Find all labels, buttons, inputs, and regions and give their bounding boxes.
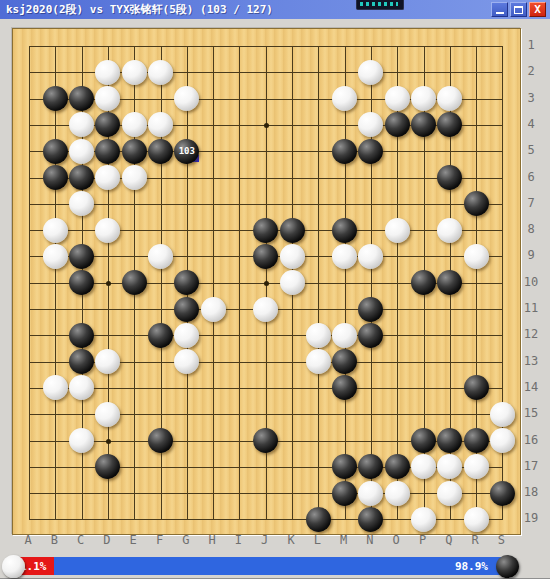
stone-O3 — [385, 86, 410, 111]
black-winrate-text: 98.9% — [455, 560, 488, 573]
stone-P17 — [411, 454, 436, 479]
stone-R9 — [464, 244, 489, 269]
stone-M9 — [332, 244, 357, 269]
stone-R17 — [464, 454, 489, 479]
row-label-11: 11 — [521, 301, 541, 315]
stone-K10 — [280, 270, 305, 295]
stone-N18 — [358, 481, 383, 506]
stone-O4 — [385, 112, 410, 137]
grid-line-horizontal — [29, 388, 503, 389]
grid-line-horizontal — [29, 493, 503, 494]
stone-C6 — [69, 165, 94, 190]
star-point — [264, 281, 269, 286]
stone-N5 — [358, 139, 383, 164]
stone-C9 — [69, 244, 94, 269]
row-label-12: 12 — [521, 327, 541, 341]
stone-N17 — [358, 454, 383, 479]
stone-D8 — [95, 218, 120, 243]
stone-F12 — [148, 323, 173, 348]
stone-B6 — [43, 165, 68, 190]
column-label-I: I — [228, 533, 248, 547]
stone-H11 — [201, 297, 226, 322]
row-label-1: 1 — [521, 38, 541, 52]
column-label-N: N — [360, 533, 380, 547]
stone-N9 — [358, 244, 383, 269]
stone-M14 — [332, 375, 357, 400]
row-label-7: 7 — [521, 196, 541, 210]
stone-C10 — [69, 270, 94, 295]
stone-S16 — [490, 428, 515, 453]
go-client-window: ksj2020(2段) vs TYX张铭轩(5段) (103 / 127) X … — [0, 0, 550, 579]
stone-K9 — [280, 244, 305, 269]
stone-Q3 — [437, 86, 462, 111]
stone-Q4 — [437, 112, 462, 137]
stone-M8 — [332, 218, 357, 243]
grid-line-vertical — [318, 46, 319, 520]
column-label-S: S — [491, 533, 511, 547]
stone-B14 — [43, 375, 68, 400]
stone-D3 — [95, 86, 120, 111]
column-label-M: M — [334, 533, 354, 547]
black-winrate-segment: 98.9% — [54, 557, 504, 575]
row-label-2: 2 — [521, 64, 541, 78]
stone-O18 — [385, 481, 410, 506]
stone-D13 — [95, 349, 120, 374]
black-player-stone-icon — [496, 555, 519, 578]
stone-M17 — [332, 454, 357, 479]
stone-M5 — [332, 139, 357, 164]
star-point — [264, 123, 269, 128]
column-label-O: O — [386, 533, 406, 547]
column-label-P: P — [413, 533, 433, 547]
stone-D6 — [95, 165, 120, 190]
stone-Q18 — [437, 481, 462, 506]
stone-E10 — [122, 270, 147, 295]
column-label-E: E — [123, 533, 143, 547]
goban[interactable]: 103 — [12, 28, 521, 535]
column-label-F: F — [150, 533, 170, 547]
row-label-8: 8 — [521, 222, 541, 236]
stone-F9 — [148, 244, 173, 269]
column-label-J: J — [255, 533, 275, 547]
stone-R14 — [464, 375, 489, 400]
stone-R19 — [464, 507, 489, 532]
stone-D15 — [95, 402, 120, 427]
stone-G11 — [174, 297, 199, 322]
stone-Q10 — [437, 270, 462, 295]
column-label-A: A — [18, 533, 38, 547]
row-label-10: 10 — [521, 275, 541, 289]
stone-D5 — [95, 139, 120, 164]
stone-P4 — [411, 112, 436, 137]
row-label-13: 13 — [521, 354, 541, 368]
stone-L13 — [306, 349, 331, 374]
stone-C14 — [69, 375, 94, 400]
stone-R7 — [464, 191, 489, 216]
stone-M13 — [332, 349, 357, 374]
row-label-15: 15 — [521, 406, 541, 420]
stone-J9 — [253, 244, 278, 269]
stone-B9 — [43, 244, 68, 269]
grid-line-horizontal — [29, 335, 503, 336]
stone-G13 — [174, 349, 199, 374]
stone-S15 — [490, 402, 515, 427]
titlebar-widget-ticks — [360, 2, 398, 6]
stone-Q17 — [437, 454, 462, 479]
stone-C13 — [69, 349, 94, 374]
stone-P3 — [411, 86, 436, 111]
stone-G3 — [174, 86, 199, 111]
row-label-17: 17 — [521, 459, 541, 473]
stone-C12 — [69, 323, 94, 348]
stone-F16 — [148, 428, 173, 453]
last-move-number: 103 — [179, 147, 195, 156]
stone-E2 — [122, 60, 147, 85]
stone-P16 — [411, 428, 436, 453]
stone-F5 — [148, 139, 173, 164]
stone-C7 — [69, 191, 94, 216]
stone-N12 — [358, 323, 383, 348]
stone-O17 — [385, 454, 410, 479]
window-controls: X — [491, 2, 546, 17]
stone-M3 — [332, 86, 357, 111]
column-label-K: K — [281, 533, 301, 547]
row-label-14: 14 — [521, 380, 541, 394]
stone-G12 — [174, 323, 199, 348]
stone-C5 — [69, 139, 94, 164]
column-label-B: B — [44, 533, 64, 547]
stone-L19 — [306, 507, 331, 532]
stone-E4 — [122, 112, 147, 137]
window-title: ksj2020(2段) vs TYX张铭轩(5段) (103 / 127) — [0, 2, 273, 17]
stone-J11 — [253, 297, 278, 322]
stone-J16 — [253, 428, 278, 453]
titlebar-widget — [356, 0, 404, 10]
row-label-3: 3 — [521, 91, 541, 105]
stone-R16 — [464, 428, 489, 453]
row-label-16: 16 — [521, 433, 541, 447]
close-button[interactable]: X — [529, 2, 546, 17]
stone-Q6 — [437, 165, 462, 190]
stone-K8 — [280, 218, 305, 243]
stone-O8 — [385, 218, 410, 243]
stone-N19 — [358, 507, 383, 532]
stone-J8 — [253, 218, 278, 243]
close-icon: X — [534, 4, 541, 15]
row-label-9: 9 — [521, 248, 541, 262]
stone-Q8 — [437, 218, 462, 243]
stone-N4 — [358, 112, 383, 137]
stone-E5 — [122, 139, 147, 164]
stone-P19 — [411, 507, 436, 532]
client-area: 103 ABCDEFGHIJKLMNOPQRS 1234567891011121… — [0, 19, 550, 579]
stone-N2 — [358, 60, 383, 85]
stone-L12 — [306, 323, 331, 348]
stone-F2 — [148, 60, 173, 85]
row-label-18: 18 — [521, 485, 541, 499]
stone-D2 — [95, 60, 120, 85]
stone-N11 — [358, 297, 383, 322]
titlebar[interactable]: ksj2020(2段) vs TYX张铭轩(5段) (103 / 127) X — [0, 0, 550, 19]
column-label-D: D — [97, 533, 117, 547]
stone-C3 — [69, 86, 94, 111]
white-player-stone-icon — [2, 555, 25, 578]
minimize-icon — [496, 12, 504, 14]
status-bar: 1.1% 98.9% — [0, 555, 550, 577]
winrate-bar: 1.1% 98.9% — [14, 557, 504, 575]
row-label-19: 19 — [521, 511, 541, 525]
row-label-6: 6 — [521, 170, 541, 184]
stone-G5: 103 — [174, 139, 199, 164]
grid-line-vertical — [345, 46, 346, 520]
stone-G10 — [174, 270, 199, 295]
row-label-4: 4 — [521, 117, 541, 131]
stone-D4 — [95, 112, 120, 137]
column-label-G: G — [176, 533, 196, 547]
stone-B8 — [43, 218, 68, 243]
star-point — [106, 439, 111, 444]
column-label-L: L — [307, 533, 327, 547]
stone-B5 — [43, 139, 68, 164]
stone-M18 — [332, 481, 357, 506]
stone-C16 — [69, 428, 94, 453]
stone-S18 — [490, 481, 515, 506]
column-label-C: C — [71, 533, 91, 547]
stone-C4 — [69, 112, 94, 137]
stone-P10 — [411, 270, 436, 295]
column-label-Q: Q — [439, 533, 459, 547]
stone-Q16 — [437, 428, 462, 453]
stone-M12 — [332, 323, 357, 348]
stone-D17 — [95, 454, 120, 479]
maximize-icon — [514, 6, 523, 14]
maximize-button[interactable] — [510, 2, 527, 17]
column-label-R: R — [465, 533, 485, 547]
row-label-5: 5 — [521, 143, 541, 157]
stone-E6 — [122, 165, 147, 190]
column-label-H: H — [202, 533, 222, 547]
stone-B3 — [43, 86, 68, 111]
stone-F4 — [148, 112, 173, 137]
star-point — [106, 281, 111, 286]
minimize-button[interactable] — [491, 2, 508, 17]
